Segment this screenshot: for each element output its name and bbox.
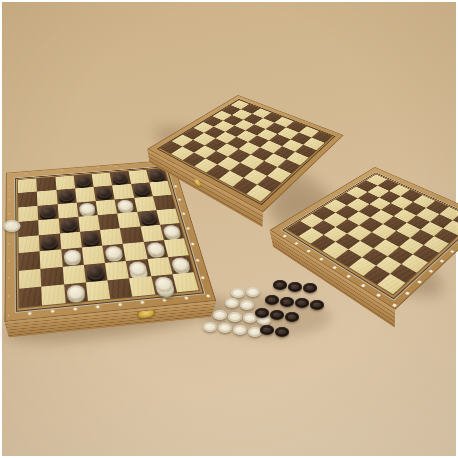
left-board-square-e2 [105, 261, 129, 281]
middle-board-square-f1 [219, 171, 243, 187]
middle-board-square-d1 [194, 158, 217, 172]
right-board-square-g2 [376, 256, 402, 274]
middle-board-square-a1 [160, 141, 182, 154]
right-board-square-h2 [390, 264, 417, 283]
white-piece-h4 [162, 225, 181, 239]
middle-board-square-e2 [218, 156, 241, 170]
left-board-square-b1 [41, 284, 65, 305]
middle-board-square-c1 [182, 152, 205, 166]
right-board-square-e4 [372, 224, 396, 239]
middle-board-square-f5 [260, 141, 282, 154]
left-board-square-e3 [102, 244, 126, 263]
right-board-square-d3 [348, 225, 372, 240]
middle-board-square-e4 [238, 142, 260, 155]
middle-board-square-h4 [277, 159, 300, 174]
pile-black-disc [288, 282, 302, 292]
left-board-square-b2 [41, 266, 64, 286]
pile-white-disc [225, 298, 239, 308]
left-board-square-c4 [60, 232, 82, 250]
left-board-square-d4 [80, 230, 103, 248]
left-board-square-b5 [38, 218, 59, 235]
pile-white-disc [233, 325, 247, 335]
left-board-square-a3 [19, 251, 41, 270]
middle-board-square-f2 [230, 163, 254, 178]
right-board-square-b1 [298, 228, 323, 244]
middle-board-square-g4 [264, 153, 287, 167]
middle-board-square-e1 [206, 164, 230, 179]
right-board-square-c1 [310, 235, 335, 251]
right-board-square-h1 [378, 274, 406, 294]
middle-board-square-c2 [194, 145, 216, 158]
black-piece-d2 [86, 264, 105, 280]
black-piece-d4 [82, 232, 100, 246]
middle-board-square-g3 [254, 161, 277, 176]
middle-board-square-g2 [243, 169, 267, 184]
right-board-square-h4 [413, 245, 438, 262]
right-board-square-d2 [335, 233, 360, 249]
middle-board-square-d3 [216, 144, 238, 157]
black-piece-e7 [96, 187, 113, 199]
pile-white-disc [203, 322, 217, 332]
pile-black-disc [265, 295, 279, 305]
brass-clasp [136, 309, 155, 319]
left-board-square-b3 [40, 250, 62, 269]
middle-board-square-f4 [251, 147, 273, 160]
pile-white-disc [213, 310, 227, 320]
left-board-square-d2 [84, 263, 108, 283]
left-board-square-b4 [39, 234, 61, 252]
right-board-square-h3 [402, 254, 428, 272]
black-piece-g5 [139, 212, 157, 225]
left-board-square-h3 [164, 239, 189, 257]
left-board-square-h1 [172, 272, 198, 292]
left-board-square-a4 [19, 235, 40, 253]
left-board-square-g1 [151, 274, 177, 294]
left-board-square-e4 [100, 228, 123, 246]
right-board-square-f4 [385, 231, 410, 247]
left-board-square-a5 [18, 220, 39, 237]
pile-black-disc [280, 297, 294, 307]
left-board-square-g3 [143, 240, 167, 258]
middle-board-square-b1 [171, 147, 194, 160]
left-board-square-a1 [19, 286, 42, 307]
pile-white-disc [218, 323, 232, 333]
left-board-square-f1 [129, 276, 155, 297]
left-board-square-c3 [61, 248, 84, 267]
black-piece-d8 [75, 176, 91, 188]
black-piece-b4 [41, 235, 58, 249]
pile-white-disc [240, 300, 254, 310]
white-piece-e3 [105, 246, 124, 261]
middle-board-square-h5 [286, 152, 308, 166]
middle-board-square-d2 [205, 151, 228, 165]
left-board-square-d1 [86, 280, 111, 301]
middle-board-square-h6 [295, 144, 317, 157]
left-board-square-c1 [64, 282, 88, 303]
black-piece-h8 [148, 170, 165, 181]
white-king-g1 [153, 276, 174, 292]
loose-white-piece-by-rail [4, 220, 21, 232]
black-piece-c5 [60, 218, 77, 231]
middle-board-square-e3 [228, 149, 250, 163]
white-piece-g3 [146, 242, 166, 257]
left-board-square-d3 [82, 246, 105, 265]
product-photo [0, 0, 458, 458]
pile-black-disc [273, 280, 287, 290]
right-board-square-f2 [362, 248, 388, 265]
pile-black-disc [275, 327, 289, 337]
right-board-square-e1 [335, 249, 361, 267]
pile-black-disc [295, 298, 309, 308]
right-board-square-h6 [434, 228, 458, 244]
white-piece-d6 [79, 202, 96, 215]
left-board-square-h4 [160, 223, 184, 240]
white-piece-h2 [170, 257, 191, 272]
left-board-square-f3 [123, 242, 147, 260]
right-board-square-c2 [323, 227, 347, 242]
middle-board-square-f3 [241, 155, 264, 169]
pile-black-disc [270, 310, 284, 320]
black-piece-f8 [112, 173, 129, 184]
right-board-square-g5 [410, 229, 434, 245]
black-piece-g7 [133, 184, 150, 196]
pile-black-disc [255, 308, 269, 318]
black-piece-b6 [40, 205, 56, 218]
left-board-square-c2 [62, 264, 85, 284]
right-board-square-e3 [360, 232, 385, 248]
right-board-square-f5 [396, 223, 420, 238]
pile-white-disc [246, 287, 260, 297]
right-board-square-h5 [424, 236, 449, 252]
right-board-square-g4 [399, 238, 424, 254]
white-piece-c3 [63, 250, 81, 265]
pile-white-disc [231, 288, 245, 298]
brass-button [194, 178, 201, 187]
pile-black-disc [285, 312, 299, 322]
right-board-square-d1 [323, 242, 349, 259]
left-board-square-f2 [126, 259, 151, 278]
right-board-square-g3 [388, 247, 414, 264]
right-board-square-f3 [374, 239, 399, 256]
middle-board-square-h2 [257, 176, 281, 192]
middle-board-square-h3 [267, 167, 291, 182]
right-board-square-e2 [348, 241, 373, 258]
pile-black-disc [303, 283, 317, 293]
middle-board-square-g5 [273, 146, 295, 159]
pile-white-disc [228, 312, 242, 322]
middle-board-square-h1 [246, 184, 271, 201]
left-board-square-e1 [107, 278, 132, 299]
left-board-square-h2 [168, 255, 194, 274]
right-board-square-f1 [349, 257, 376, 275]
pile-black-disc [260, 325, 274, 335]
left-board-square-c5 [58, 217, 80, 234]
white-piece-c1 [66, 284, 85, 301]
left-board-square-a2 [19, 268, 41, 288]
middle-board-square-g1 [232, 177, 257, 193]
pile-black-disc [310, 300, 324, 310]
left-board-square-g2 [147, 257, 172, 276]
white-king-f2 [128, 261, 148, 277]
right-board-square-g1 [363, 266, 390, 285]
black-piece-c7 [58, 190, 74, 202]
white-piece-f6 [117, 199, 135, 212]
